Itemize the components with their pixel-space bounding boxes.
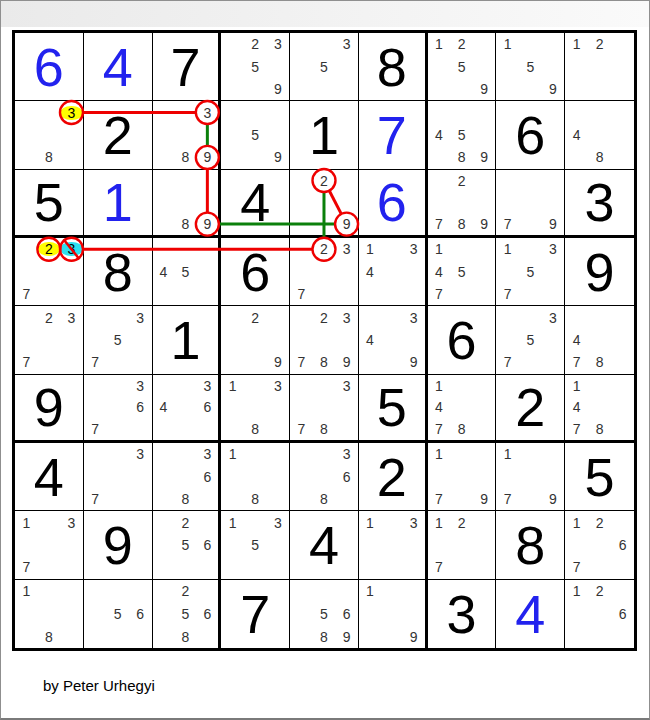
candidate-pos-7: 7: [84, 492, 107, 506]
candidate-pos-5: 5: [174, 538, 196, 552]
candidate-pos-7: 7: [84, 355, 107, 369]
candidate-pos-1: 1: [496, 447, 519, 461]
cell-r6c5[interactable]: 378: [290, 375, 359, 443]
candidate-pos-7: 7: [290, 355, 313, 369]
cell-r2c9[interactable]: 48: [565, 101, 634, 169]
candidate-pos-5: 5: [174, 607, 196, 621]
candidate-pos-8: 8: [244, 422, 267, 436]
cell-r9c2[interactable]: 56: [84, 580, 153, 648]
candidate-pos-8: 8: [313, 630, 336, 644]
cell-r1c8[interactable]: 159: [496, 33, 565, 101]
candidate-pos-8: 8: [38, 150, 61, 164]
candidate-pos-1: 1: [565, 37, 588, 51]
candidate-pos-8: 8: [588, 422, 611, 436]
cell-r8c1[interactable]: 137: [15, 511, 84, 579]
candidate-pos-6: 6: [196, 470, 218, 484]
candidate-pos-1: 1: [15, 516, 38, 530]
candidate-pos-5: 5: [244, 60, 267, 74]
candidate-pos-8: 8: [450, 422, 473, 436]
candidate-pos-1: 1: [359, 516, 381, 530]
candidate-pos-9: 9: [403, 630, 425, 644]
candidate-pos-1: 1: [221, 516, 244, 530]
cell-r3c6[interactable]: 6: [359, 170, 428, 238]
cell-r4c3[interactable]: 45: [153, 238, 222, 306]
given-digit: 2: [103, 108, 133, 162]
author-credit: by Peter Urhegyi: [43, 677, 155, 694]
sudoku-app-window: 6472359358125915912382389591745896485189…: [0, 0, 650, 720]
cell-r4c6[interactable]: 134: [359, 238, 428, 306]
cell-r9c6[interactable]: 19: [359, 580, 428, 648]
candidate-pos-6: 6: [196, 400, 218, 414]
candidate-pos-4: 4: [359, 333, 381, 347]
candidate-pos-3: 3: [403, 516, 425, 530]
cell-r3c1[interactable]: 5: [15, 170, 84, 238]
candidate-pos-5: 5: [106, 333, 129, 347]
candidate-pos-5: 5: [244, 128, 267, 142]
candidate-pos-3: 3: [335, 242, 358, 256]
candidate-pos-8: 8: [588, 355, 611, 369]
cell-r9c3[interactable]: 2568: [153, 580, 222, 648]
cell-r6c2[interactable]: 367: [84, 375, 153, 443]
candidate-pos-9: 9: [267, 82, 290, 96]
candidate-pos-3: 3: [60, 242, 83, 256]
solver-digit: 7: [377, 108, 407, 162]
candidate-pos-7: 7: [428, 217, 451, 231]
cell-r8c6[interactable]: 13: [359, 511, 428, 579]
candidate-pos-2: 2: [174, 584, 196, 598]
candidate-pos-1: 1: [496, 37, 519, 51]
candidate-pos-2: 2: [174, 516, 196, 530]
given-digit: 4: [240, 175, 270, 229]
given-digit: 4: [34, 450, 64, 504]
candidate-pos-6: 6: [611, 538, 634, 552]
candidate-pos-8: 8: [313, 422, 336, 436]
candidate-pos-2: 2: [588, 37, 611, 51]
candidate-pos-8: 8: [174, 492, 196, 506]
candidate-pos-7: 7: [15, 287, 38, 301]
cell-r3c9[interactable]: 3: [565, 170, 634, 238]
candidate-pos-1: 1: [359, 242, 381, 256]
candidate-pos-3: 3: [335, 311, 358, 325]
candidate-pos-7: 7: [428, 560, 451, 574]
candidate-pos-1: 1: [428, 516, 451, 530]
cell-r2c7[interactable]: 4589: [428, 101, 497, 169]
candidate-pos-2: 2: [450, 37, 473, 51]
candidate-pos-1: 1: [15, 584, 38, 598]
given-digit: 2: [515, 380, 545, 434]
given-digit: 2: [377, 450, 407, 504]
given-digit: 1: [170, 313, 200, 367]
solver-digit: 6: [377, 175, 407, 229]
cell-r6c9[interactable]: 1478: [565, 375, 634, 443]
candidate-pos-6: 6: [335, 470, 358, 484]
candidate-pos-2: 2: [38, 311, 61, 325]
candidate-pos-7: 7: [84, 422, 107, 436]
cell-r1c4[interactable]: 2359: [221, 33, 290, 101]
cell-r7c1[interactable]: 4: [15, 443, 84, 511]
cell-r2c4[interactable]: 59: [221, 101, 290, 169]
candidate-pos-6: 6: [129, 607, 152, 621]
candidate-pos-8: 8: [313, 355, 336, 369]
cell-r6c1[interactable]: 9: [15, 375, 84, 443]
candidate-pos-9: 9: [542, 217, 565, 231]
cell-r8c7[interactable]: 127: [428, 511, 497, 579]
cell-r7c5[interactable]: 368: [290, 443, 359, 511]
cell-r6c4[interactable]: 138: [221, 375, 290, 443]
candidate-pos-9: 9: [196, 217, 218, 231]
given-digit: 7: [240, 587, 270, 641]
cell-r5c3[interactable]: 1: [153, 306, 222, 374]
cell-r3c3[interactable]: 89: [153, 170, 222, 238]
given-digit: 9: [585, 245, 615, 299]
cell-r5c9[interactable]: 478: [565, 306, 634, 374]
given-digit: 9: [34, 380, 64, 434]
cell-r6c7[interactable]: 1478: [428, 375, 497, 443]
candidate-pos-7: 7: [565, 355, 588, 369]
candidate-pos-8: 8: [588, 150, 611, 164]
cell-r1c3[interactable]: 7: [153, 33, 222, 101]
candidate-pos-4: 4: [565, 333, 588, 347]
candidate-pos-5: 5: [519, 60, 542, 74]
cell-r8c9[interactable]: 1267: [565, 511, 634, 579]
candidate-pos-7: 7: [428, 492, 451, 506]
candidate-pos-8: 8: [450, 217, 473, 231]
candidate-pos-1: 1: [496, 242, 519, 256]
candidate-pos-3: 3: [335, 379, 358, 393]
candidate-pos-7: 7: [290, 287, 313, 301]
candidate-pos-4: 4: [428, 128, 451, 142]
cell-r6c6[interactable]: 5: [359, 375, 428, 443]
candidate-pos-3: 3: [403, 311, 425, 325]
candidate-pos-3: 3: [60, 106, 83, 120]
cell-r9c4[interactable]: 7: [221, 580, 290, 648]
candidate-pos-4: 4: [565, 128, 588, 142]
cell-r1c9[interactable]: 12: [565, 33, 634, 101]
candidate-pos-6: 6: [335, 607, 358, 621]
cell-r2c2[interactable]: 2: [84, 101, 153, 169]
given-digit: 7: [170, 40, 200, 94]
cell-r9c9[interactable]: 126: [565, 580, 634, 648]
candidate-pos-2: 2: [244, 37, 267, 51]
given-digit: 1: [309, 108, 339, 162]
given-digit: 8: [103, 245, 133, 299]
given-digit: 6: [515, 108, 545, 162]
given-digit: 3: [447, 587, 477, 641]
candidate-pos-9: 9: [473, 150, 496, 164]
cell-r7c7[interactable]: 179: [428, 443, 497, 511]
given-digit: 5: [585, 450, 615, 504]
candidate-pos-5: 5: [450, 60, 473, 74]
candidate-pos-2: 2: [244, 311, 267, 325]
candidate-pos-2: 2: [588, 584, 611, 598]
candidate-pos-3: 3: [267, 37, 290, 51]
candidate-pos-9: 9: [335, 355, 358, 369]
candidate-pos-7: 7: [496, 492, 519, 506]
candidate-pos-1: 1: [428, 379, 451, 393]
candidate-pos-3: 3: [335, 37, 358, 51]
cell-r5c7[interactable]: 6: [428, 306, 497, 374]
candidate-pos-6: 6: [196, 538, 218, 552]
candidate-pos-5: 5: [244, 538, 267, 552]
cell-r3c4[interactable]: 4: [221, 170, 290, 238]
candidate-pos-3: 3: [129, 379, 152, 393]
cell-r7c3[interactable]: 368: [153, 443, 222, 511]
candidate-pos-5: 5: [519, 265, 542, 279]
candidate-pos-2: 2: [450, 516, 473, 530]
cell-r4c4[interactable]: 6: [221, 238, 290, 306]
candidate-pos-8: 8: [174, 217, 196, 231]
candidate-pos-8: 8: [38, 630, 61, 644]
cell-r2c6[interactable]: 7: [359, 101, 428, 169]
cell-r8c4[interactable]: 135: [221, 511, 290, 579]
candidate-pos-1: 1: [428, 447, 451, 461]
candidate-pos-5: 5: [174, 265, 196, 279]
sudoku-board: 6472359358125915912382389591745896485189…: [12, 30, 637, 651]
candidate-pos-2: 2: [450, 174, 473, 188]
candidate-pos-3: 3: [60, 311, 83, 325]
candidate-pos-9: 9: [473, 492, 496, 506]
given-digit: 5: [377, 380, 407, 434]
cell-r3c2[interactable]: 1: [84, 170, 153, 238]
candidate-pos-1: 1: [359, 584, 381, 598]
cell-r5c8[interactable]: 357: [496, 306, 565, 374]
candidate-pos-5: 5: [450, 128, 473, 142]
candidate-pos-6: 6: [611, 607, 634, 621]
candidate-pos-3: 3: [129, 311, 152, 325]
candidate-pos-2: 2: [313, 311, 336, 325]
cell-r4c1[interactable]: 237: [15, 238, 84, 306]
candidate-pos-8: 8: [174, 150, 196, 164]
candidate-pos-4: 4: [153, 265, 175, 279]
cell-r8c8[interactable]: 8: [496, 511, 565, 579]
candidate-pos-3: 3: [196, 106, 218, 120]
cell-r2c8[interactable]: 6: [496, 101, 565, 169]
given-digit: 6: [240, 245, 270, 299]
candidate-pos-9: 9: [473, 217, 496, 231]
candidate-pos-7: 7: [496, 287, 519, 301]
candidate-pos-8: 8: [450, 150, 473, 164]
cell-r5c4[interactable]: 29: [221, 306, 290, 374]
candidate-pos-4: 4: [428, 265, 451, 279]
candidate-pos-2: 2: [38, 242, 61, 256]
cell-r4c9[interactable]: 9: [565, 238, 634, 306]
given-digit: 6: [447, 313, 477, 367]
given-digit: 3: [585, 175, 615, 229]
candidate-pos-7: 7: [496, 355, 519, 369]
candidate-pos-1: 1: [565, 584, 588, 598]
cell-r7c2[interactable]: 37: [84, 443, 153, 511]
cell-r8c3[interactable]: 256: [153, 511, 222, 579]
cell-r3c8[interactable]: 79: [496, 170, 565, 238]
solver-digit: 4: [103, 40, 133, 94]
candidate-pos-4: 4: [428, 400, 451, 414]
candidate-pos-6: 6: [196, 607, 218, 621]
cell-r9c1[interactable]: 18: [15, 580, 84, 648]
cell-r9c7[interactable]: 3: [428, 580, 497, 648]
cell-r7c6[interactable]: 2: [359, 443, 428, 511]
candidate-pos-7: 7: [428, 422, 451, 436]
cell-r3c7[interactable]: 2789: [428, 170, 497, 238]
cell-r6c8[interactable]: 2: [496, 375, 565, 443]
candidate-pos-2: 2: [313, 242, 336, 256]
candidate-pos-7: 7: [565, 422, 588, 436]
candidate-pos-4: 4: [359, 265, 381, 279]
sudoku-grid: 6472359358125915912382389591745896485189…: [12, 30, 637, 651]
candidate-pos-3: 3: [60, 516, 83, 530]
candidate-pos-8: 8: [244, 492, 267, 506]
cell-r1c7[interactable]: 1259: [428, 33, 497, 101]
cell-r5c2[interactable]: 357: [84, 306, 153, 374]
window-top-strip: [1, 1, 649, 27]
cell-r4c2[interactable]: 8: [84, 238, 153, 306]
candidate-pos-9: 9: [335, 630, 358, 644]
cell-r1c5[interactable]: 35: [290, 33, 359, 101]
cell-r9c8[interactable]: 4: [496, 580, 565, 648]
cell-r8c5[interactable]: 4: [290, 511, 359, 579]
candidate-pos-3: 3: [129, 447, 152, 461]
solver-digit: 6: [34, 40, 64, 94]
candidate-pos-3: 3: [542, 311, 565, 325]
given-digit: 8: [515, 518, 545, 572]
candidate-pos-3: 3: [267, 379, 290, 393]
candidate-pos-9: 9: [196, 150, 218, 164]
cell-r7c9[interactable]: 5: [565, 443, 634, 511]
candidate-pos-3: 3: [335, 447, 358, 461]
candidate-pos-8: 8: [174, 630, 196, 644]
solver-digit: 4: [515, 587, 545, 641]
candidate-pos-4: 4: [565, 400, 588, 414]
candidate-pos-5: 5: [519, 333, 542, 347]
cell-r5c5[interactable]: 23789: [290, 306, 359, 374]
candidate-pos-7: 7: [15, 560, 38, 574]
cell-r9c5[interactable]: 5689: [290, 580, 359, 648]
cell-r4c7[interactable]: 1457: [428, 238, 497, 306]
candidate-pos-2: 2: [588, 516, 611, 530]
given-digit: 9: [103, 518, 133, 572]
candidate-pos-7: 7: [15, 355, 38, 369]
solver-digit: 1: [103, 175, 133, 229]
given-digit: 5: [34, 175, 64, 229]
candidate-pos-1: 1: [565, 516, 588, 530]
candidate-pos-9: 9: [403, 355, 425, 369]
candidate-pos-7: 7: [290, 422, 313, 436]
cell-r2c1[interactable]: 38: [15, 101, 84, 169]
given-digit: 4: [309, 518, 339, 572]
cell-r2c5[interactable]: 1: [290, 101, 359, 169]
candidate-pos-5: 5: [313, 60, 336, 74]
cell-r5c1[interactable]: 237: [15, 306, 84, 374]
cell-r8c2[interactable]: 9: [84, 511, 153, 579]
candidate-pos-1: 1: [221, 447, 244, 461]
candidate-pos-9: 9: [267, 150, 290, 164]
cell-r6c3[interactable]: 346: [153, 375, 222, 443]
candidate-pos-4: 4: [153, 400, 175, 414]
candidate-pos-1: 1: [428, 37, 451, 51]
candidate-pos-9: 9: [335, 217, 358, 231]
candidate-pos-3: 3: [403, 242, 425, 256]
candidate-pos-1: 1: [565, 379, 588, 393]
candidate-pos-7: 7: [496, 217, 519, 231]
cell-r7c8[interactable]: 179: [496, 443, 565, 511]
candidate-pos-3: 3: [196, 379, 218, 393]
candidate-pos-1: 1: [428, 242, 451, 256]
candidate-pos-6: 6: [129, 400, 152, 414]
candidate-pos-2: 2: [313, 174, 336, 188]
candidate-pos-5: 5: [313, 607, 336, 621]
candidate-pos-9: 9: [542, 492, 565, 506]
cell-r7c4[interactable]: 18: [221, 443, 290, 511]
candidate-pos-5: 5: [450, 265, 473, 279]
candidate-pos-3: 3: [196, 447, 218, 461]
candidate-pos-9: 9: [267, 355, 290, 369]
candidate-pos-9: 9: [473, 82, 496, 96]
cell-r4c5[interactable]: 237: [290, 238, 359, 306]
cell-r1c1[interactable]: 6: [15, 33, 84, 101]
candidate-pos-3: 3: [542, 242, 565, 256]
candidate-pos-9: 9: [542, 82, 565, 96]
candidate-pos-5: 5: [106, 607, 129, 621]
cell-r2c3[interactable]: 389: [153, 101, 222, 169]
cell-r4c8[interactable]: 1357: [496, 238, 565, 306]
candidate-pos-7: 7: [565, 560, 588, 574]
given-digit: 8: [377, 40, 407, 94]
cell-r5c6[interactable]: 349: [359, 306, 428, 374]
candidate-pos-7: 7: [428, 287, 451, 301]
candidate-pos-1: 1: [221, 379, 244, 393]
cell-r3c5[interactable]: 29: [290, 170, 359, 238]
candidate-pos-3: 3: [267, 516, 290, 530]
cell-r1c6[interactable]: 8: [359, 33, 428, 101]
candidate-pos-8: 8: [313, 492, 336, 506]
cell-r1c2[interactable]: 4: [84, 33, 153, 101]
